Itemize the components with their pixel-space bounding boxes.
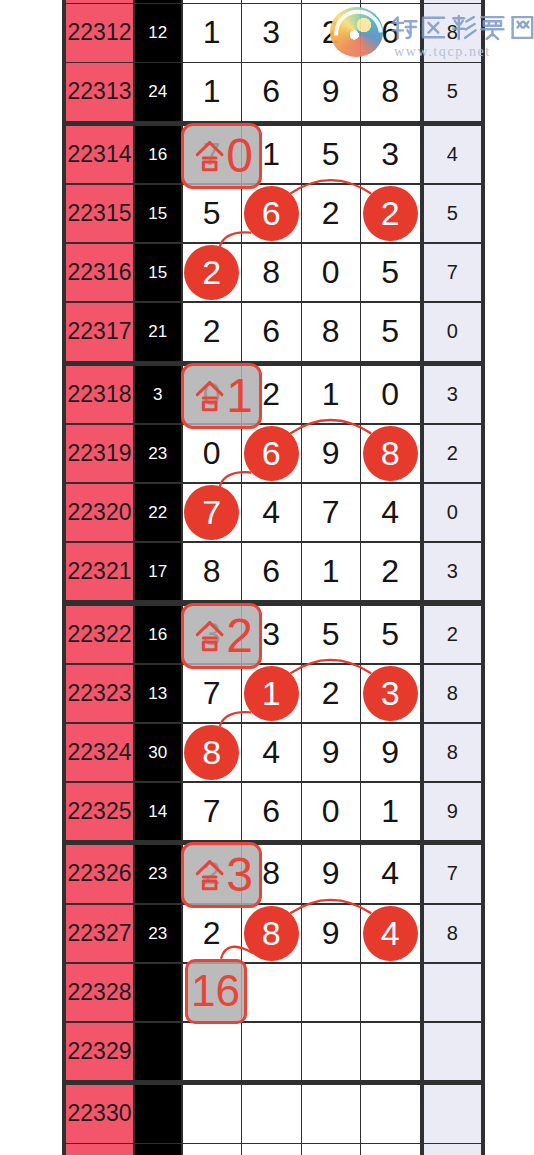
prediction-box: 16 xyxy=(185,959,247,1024)
link-arc xyxy=(220,712,252,726)
link-arc xyxy=(290,180,371,194)
highlight-circle: 1 xyxy=(244,666,299,721)
sum-annotation-digit: 3 xyxy=(226,851,253,899)
watermark-cjk-char xyxy=(449,13,478,42)
watermark-cjk-char xyxy=(389,13,418,42)
highlight-circle-value: 2 xyxy=(381,194,400,233)
watermark-logo xyxy=(330,7,383,57)
link-arc xyxy=(290,660,371,674)
watermark-cjk-char xyxy=(478,13,507,42)
link-arc xyxy=(290,420,371,434)
sum-annotation-box: 1 xyxy=(181,363,262,429)
he-character xyxy=(193,613,226,659)
highlight-circle-value: 1 xyxy=(262,674,281,713)
highlight-circle: 2 xyxy=(363,186,418,241)
highlight-circle-value: 8 xyxy=(262,914,281,953)
sum-annotation-box: 0 xyxy=(181,123,262,189)
highlight-circle-value: 8 xyxy=(381,434,400,473)
link-arcs-svg xyxy=(0,0,534,1155)
watermark-cjk-char xyxy=(508,13,534,42)
he-character xyxy=(193,852,226,898)
highlight-circle-value: 8 xyxy=(202,733,221,772)
sum-annotation-digit: 2 xyxy=(226,612,253,660)
highlight-circle: 8 xyxy=(184,725,239,780)
highlight-circle: 3 xyxy=(363,666,418,721)
highlight-circle-value: 6 xyxy=(262,194,281,233)
highlight-circle-value: 2 xyxy=(202,253,221,292)
sum-annotation-box: 3 xyxy=(181,842,262,908)
prediction-value: 16 xyxy=(191,966,240,1016)
highlight-circle-value: 3 xyxy=(381,674,400,713)
highlight-circle: 7 xyxy=(184,485,239,540)
sum-annotation-box: 2 xyxy=(181,603,262,669)
highlight-circle: 6 xyxy=(244,426,299,481)
highlight-circle: 6 xyxy=(244,186,299,241)
he-character xyxy=(193,133,226,179)
highlight-circle-value: 7 xyxy=(202,493,221,532)
watermark-cjk-char xyxy=(419,13,448,42)
highlight-circle-value: 6 xyxy=(262,434,281,473)
sum-annotation-digit: 1 xyxy=(226,372,253,420)
link-arc xyxy=(290,900,371,914)
sum-annotation-digit: 0 xyxy=(226,132,253,180)
highlight-circle-value: 4 xyxy=(381,914,400,953)
lottery-trend-chart: 2231212132682231324169852231416715342231… xyxy=(0,0,534,1155)
highlight-circle: 8 xyxy=(363,426,418,481)
highlight-circle: 8 xyxy=(244,906,299,961)
link-arc xyxy=(220,232,252,246)
highlight-circle: 4 xyxy=(363,906,418,961)
link-arc xyxy=(220,472,252,486)
he-character xyxy=(193,373,226,419)
watermark-site-name xyxy=(389,13,534,47)
watermark-url: www.tqcp.net xyxy=(394,44,534,60)
